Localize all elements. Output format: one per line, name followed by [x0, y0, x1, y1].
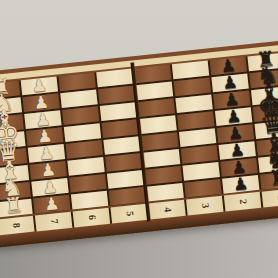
square-r6c3[interactable] — [181, 145, 218, 164]
square-r4c4[interactable] — [139, 115, 176, 134]
square-r6c4[interactable] — [143, 149, 180, 168]
rank-label-text: 6 — [86, 215, 96, 221]
square-r7c3[interactable] — [183, 162, 220, 181]
square-r3c3[interactable] — [175, 94, 212, 113]
rank-label-1: 1 — [262, 188, 278, 208]
black-rook[interactable]: ♜ — [268, 167, 278, 190]
rank-label-text: 4 — [162, 207, 172, 213]
white-pawn[interactable]: ♟ — [43, 195, 60, 214]
square-r5c3[interactable] — [179, 128, 216, 147]
square-r8c2[interactable]: ♟ — [222, 175, 259, 194]
rank-label-text: 5 — [124, 211, 134, 217]
rank-label-text: 2 — [237, 199, 247, 205]
square-r7c5[interactable] — [107, 170, 144, 189]
square-r2c6[interactable] — [60, 89, 97, 108]
square-r1c5[interactable] — [96, 69, 133, 88]
square-r8c8[interactable]: ♜ — [0, 199, 33, 218]
square-r8c6[interactable] — [71, 191, 108, 210]
square-r5c6[interactable] — [66, 140, 103, 159]
square-r5c4[interactable] — [141, 132, 178, 151]
square-r1c4[interactable] — [134, 65, 171, 84]
square-r1c3[interactable] — [172, 61, 209, 80]
square-r4c3[interactable] — [177, 111, 214, 130]
rank-label-text: 8 — [11, 223, 21, 229]
square-r5c5[interactable] — [103, 136, 140, 155]
black-pawn[interactable]: ♟ — [232, 175, 249, 194]
white-rook[interactable]: ♜ — [3, 195, 24, 218]
square-r7c6[interactable] — [69, 174, 106, 193]
rank-label-text: 3 — [200, 203, 210, 209]
square-r4c5[interactable] — [102, 119, 139, 138]
square-r8c1[interactable]: ♜ — [260, 171, 278, 190]
square-r2c5[interactable] — [98, 85, 135, 104]
square-r3c4[interactable] — [138, 98, 175, 117]
rank-label-text: 1 — [275, 195, 278, 201]
square-r2c4[interactable] — [136, 81, 173, 100]
chess-board: ♜♟♟♜♞♟♟♞♝♟♟♝♚♟♟♚♛♟♟♛♝♟♟♝♞♟♟♞♜♟♟♜ — [0, 53, 278, 218]
square-r3c5[interactable] — [100, 102, 137, 121]
square-r4c6[interactable] — [64, 123, 101, 142]
square-r8c5[interactable] — [109, 187, 146, 206]
square-r8c4[interactable] — [146, 183, 183, 202]
photo-scene: ♜♟♟♜♞♟♟♞♝♟♟♝♚♟♟♚♛♟♟♛♝♟♟♝♞♟♟♞♜♟♟♜ 8765432… — [0, 0, 278, 278]
board-frame: ♜♟♟♜♞♟♟♞♝♟♟♝♚♟♟♚♛♟♟♛♝♟♟♝♞♟♟♞♜♟♟♜ 8765432… — [0, 40, 278, 248]
square-r8c7[interactable]: ♟ — [33, 195, 70, 214]
square-r8c3[interactable] — [184, 179, 221, 198]
rank-label-text: 7 — [48, 219, 58, 225]
square-r1c6[interactable] — [58, 72, 95, 91]
square-r3c6[interactable] — [62, 106, 99, 125]
board-wrap: ♜♟♟♜♞♟♟♞♝♟♟♝♚♟♟♚♛♟♟♛♝♟♟♝♞♟♟♞♜♟♟♜ 8765432… — [0, 40, 278, 248]
square-r2c3[interactable] — [174, 77, 211, 96]
square-r6c6[interactable] — [67, 157, 104, 176]
square-r6c5[interactable] — [105, 153, 142, 172]
square-r7c4[interactable] — [145, 166, 182, 185]
